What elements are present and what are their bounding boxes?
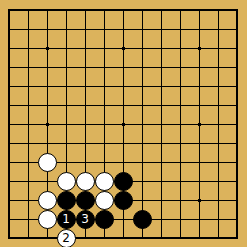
stone-black — [133, 210, 152, 229]
star-point — [122, 47, 125, 50]
star-point — [46, 47, 49, 50]
stone-black-move-3: 3 — [76, 210, 95, 229]
stone-white — [95, 172, 114, 191]
stone-white — [38, 153, 57, 172]
star-point — [198, 199, 201, 202]
grid-line-vertical — [142, 10, 143, 238]
stone-white — [38, 210, 57, 229]
grid-line-vertical — [161, 10, 162, 238]
go-board: 132 — [0, 0, 247, 247]
stone-black — [114, 172, 133, 191]
stone-black — [76, 191, 95, 210]
stone-white — [57, 172, 76, 191]
stone-black — [95, 210, 114, 229]
grid-line-vertical — [180, 10, 181, 238]
star-point — [198, 123, 201, 126]
star-point — [198, 47, 201, 50]
grid-line-vertical — [218, 10, 219, 238]
stone-black — [57, 191, 76, 210]
star-point — [122, 123, 125, 126]
stone-white — [76, 172, 95, 191]
stone-white-move-2: 2 — [57, 229, 76, 247]
stone-white — [38, 191, 57, 210]
stone-black-move-1: 1 — [57, 210, 76, 229]
star-point — [46, 123, 49, 126]
grid-line-horizontal — [9, 143, 237, 144]
stone-white — [95, 191, 114, 210]
stone-black — [114, 191, 133, 210]
